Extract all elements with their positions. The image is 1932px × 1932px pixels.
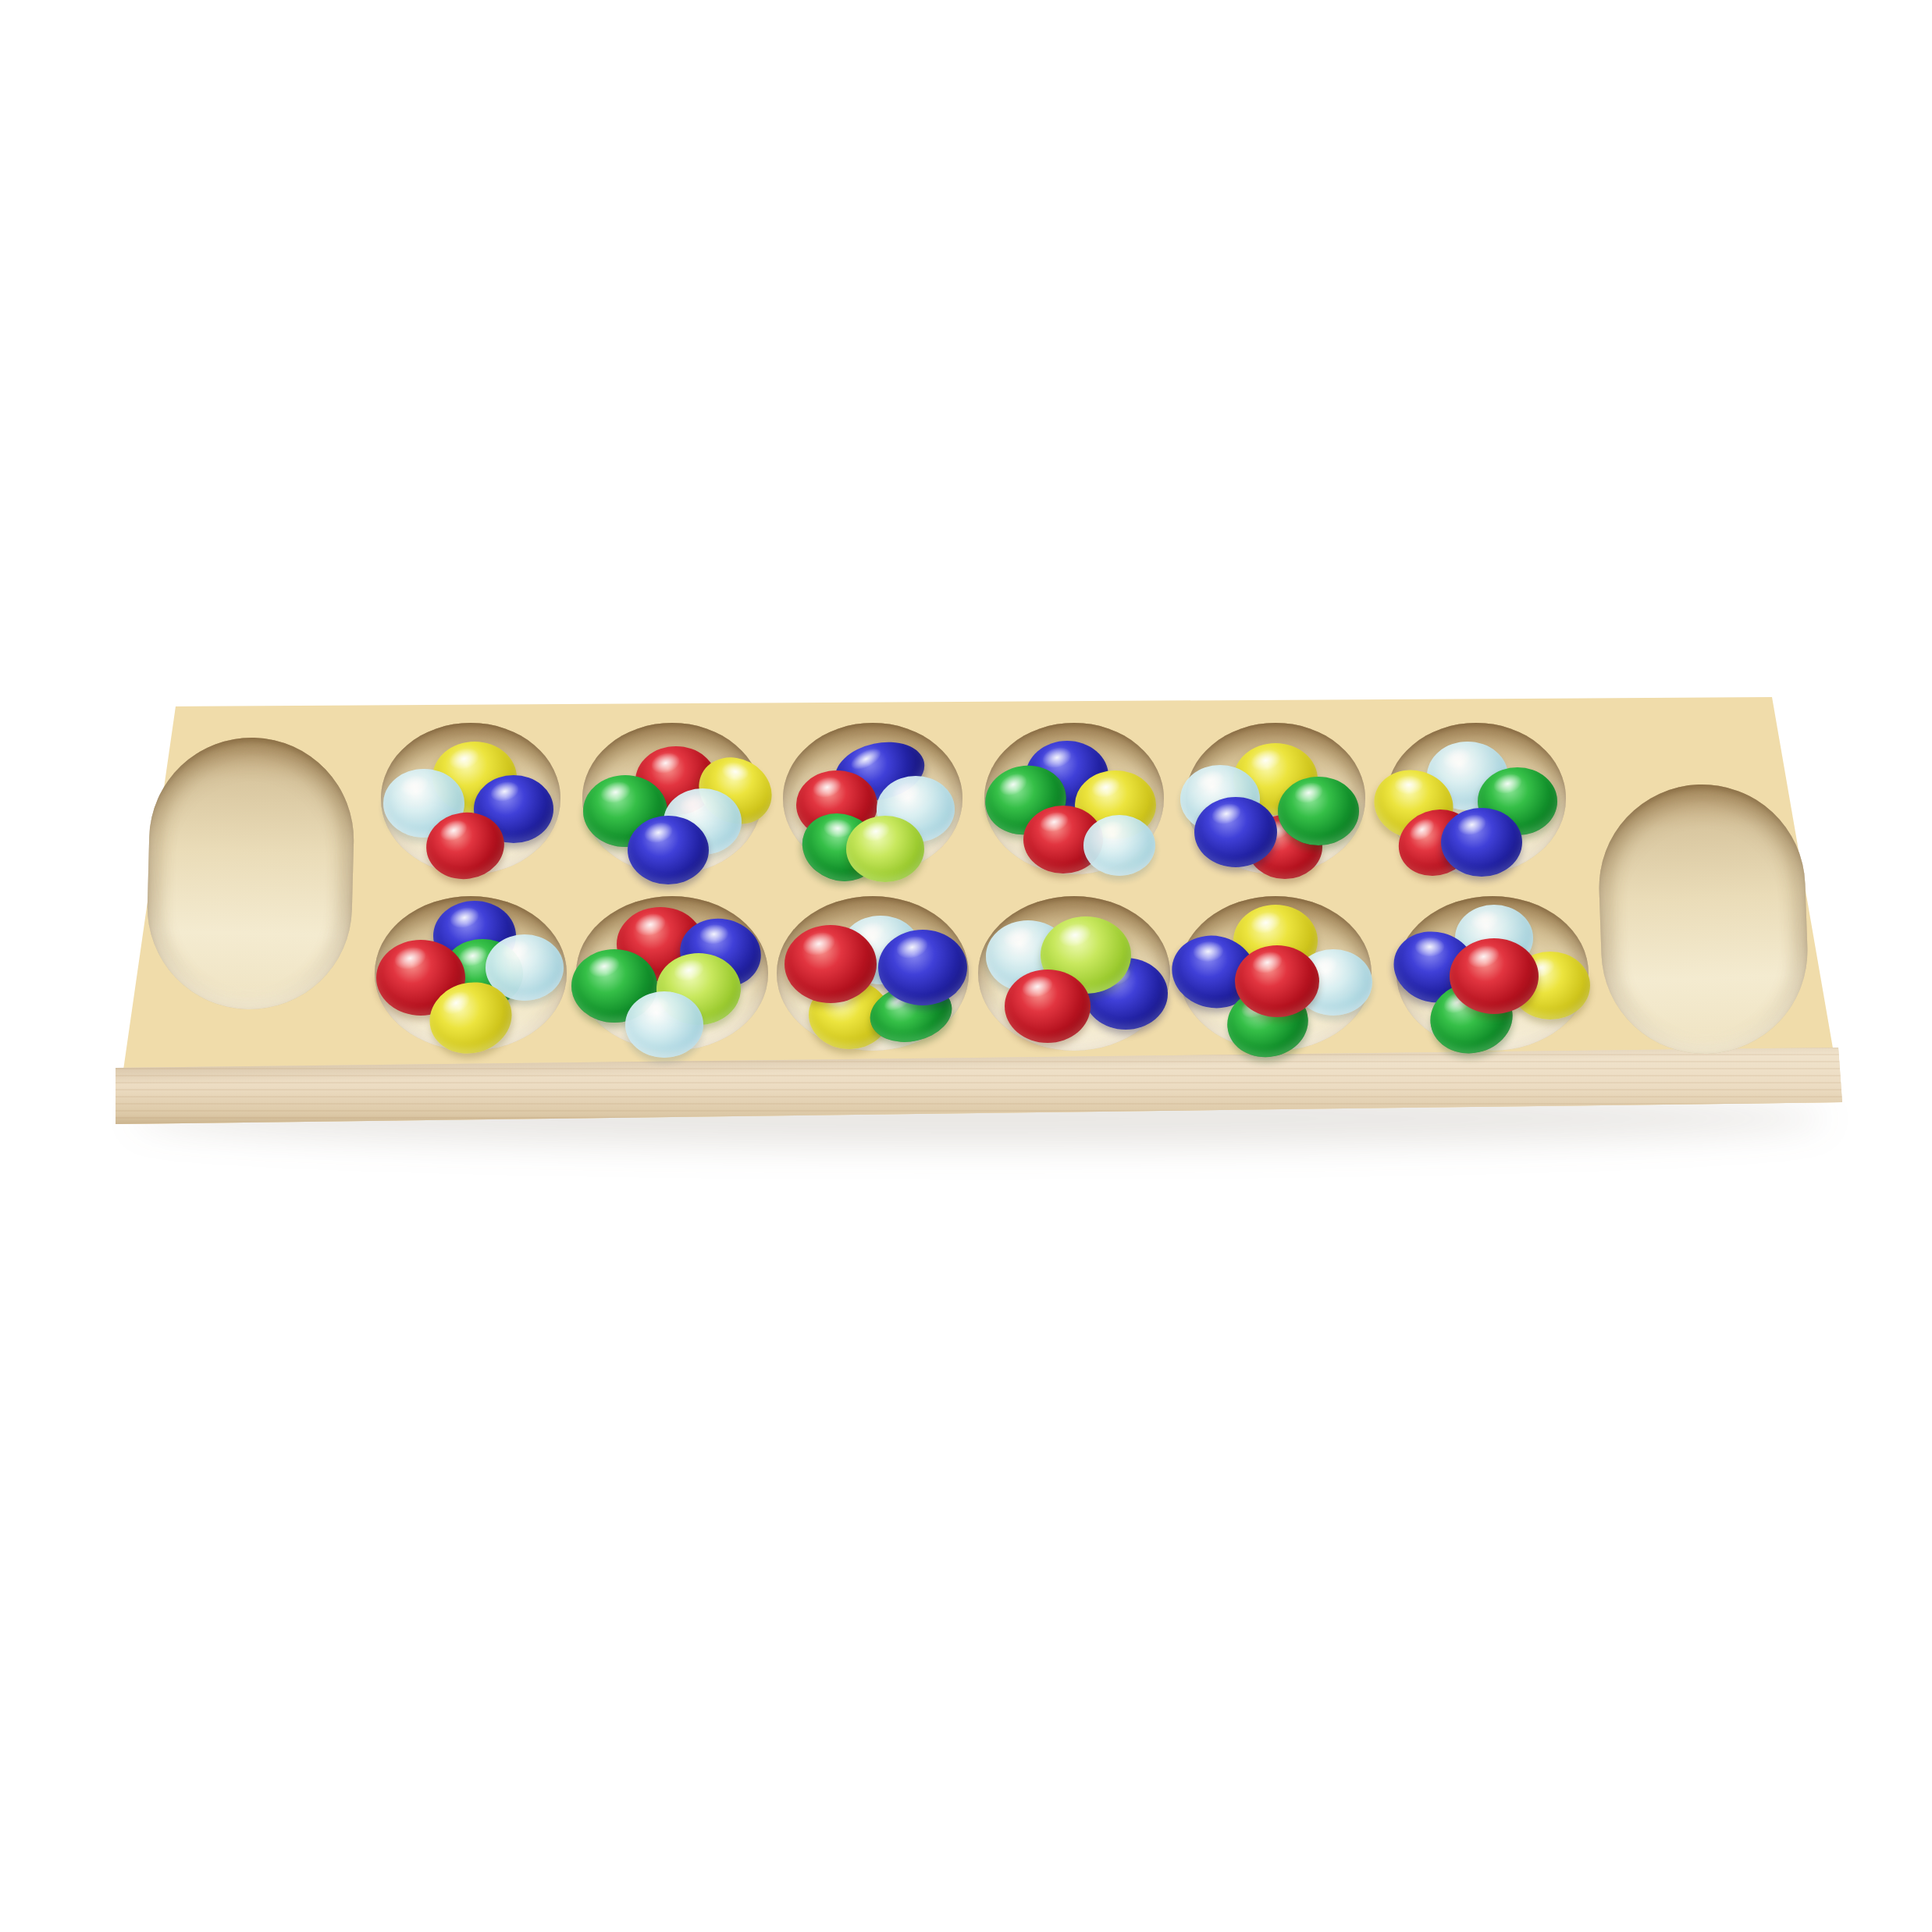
gem-red — [785, 925, 877, 1003]
gem-lightblue — [625, 991, 703, 1058]
pit-bottom-4[interactable] — [978, 896, 1170, 1051]
gem-green — [1278, 777, 1359, 845]
gem-red — [1235, 945, 1319, 1017]
gem-red — [1005, 970, 1091, 1043]
store-right — [1596, 781, 1811, 1057]
pit-top-2[interactable] — [582, 723, 762, 874]
pit-top-4[interactable] — [984, 723, 1164, 874]
pit-top-5[interactable] — [1186, 723, 1365, 874]
mancala-product-photo — [0, 0, 1932, 1932]
pit-bottom-6[interactable] — [1397, 896, 1589, 1051]
pit-top-3[interactable] — [783, 723, 962, 874]
pit-bottom-3[interactable] — [777, 896, 969, 1051]
pit-bottom-2[interactable] — [576, 896, 768, 1051]
pit-bottom-5[interactable] — [1179, 896, 1372, 1051]
pit-bottom-1[interactable] — [375, 896, 567, 1051]
gem-yellowgreen — [846, 816, 924, 882]
gem-red — [1450, 938, 1539, 1014]
gem-blue — [628, 816, 709, 884]
store-left — [144, 735, 356, 1012]
pit-top-6[interactable] — [1386, 723, 1566, 874]
gem-lightblue — [1083, 815, 1155, 876]
gem-blue — [1194, 797, 1277, 867]
gem-blue — [878, 930, 967, 1005]
pit-top-1[interactable] — [381, 723, 560, 874]
gem-blue — [1441, 808, 1522, 877]
